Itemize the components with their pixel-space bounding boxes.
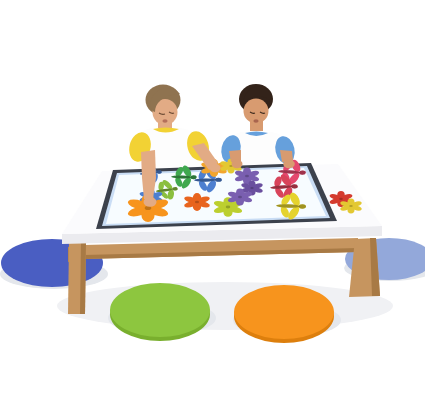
product-photo xyxy=(0,0,425,395)
girl-hand-right xyxy=(210,164,221,172)
girl-hand-left xyxy=(144,197,157,207)
boy-mouth xyxy=(253,119,258,122)
floor-cushion-orange xyxy=(234,285,334,339)
boy-hand-right xyxy=(283,160,295,168)
girl-mouth xyxy=(162,119,167,123)
table-leg-left-shade xyxy=(80,239,86,314)
boy-hand-left xyxy=(232,160,243,168)
floor-cushion-green xyxy=(110,283,210,337)
